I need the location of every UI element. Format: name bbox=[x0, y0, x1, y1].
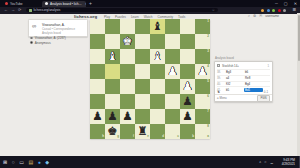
black-move[interactable]: Re8 bbox=[244, 76, 263, 80]
bookmark-star-icon[interactable]: ☆ bbox=[212, 8, 215, 12]
nav-link-puzzles[interactable]: Puzzles bbox=[115, 15, 126, 19]
url-text: lichess.org/analysis bbox=[34, 8, 61, 12]
square-c5[interactable] bbox=[165, 79, 180, 94]
square-h2[interactable] bbox=[90, 34, 105, 49]
square-b8[interactable]: b bbox=[180, 124, 195, 139]
square-d1[interactable]: ♝ bbox=[150, 19, 165, 34]
white-player-name: Viswanathan, A. (2287) bbox=[35, 36, 66, 40]
white-move[interactable]: Kf2 bbox=[225, 82, 244, 86]
taskbar-file-explorer-icon[interactable]: ▤ bbox=[28, 156, 33, 168]
file-label-d: d bbox=[162, 135, 164, 138]
tab1-title: YouTube bbox=[10, 2, 23, 6]
square-b3[interactable] bbox=[180, 49, 195, 64]
white-pawn[interactable]: ♟ bbox=[165, 64, 180, 79]
square-h5[interactable] bbox=[90, 79, 105, 94]
square-b5[interactable]: ♟ bbox=[180, 79, 195, 94]
black-move[interactable]: b6 bbox=[244, 70, 263, 74]
file-label-e: e bbox=[147, 135, 149, 138]
black-pawn[interactable]: ♟ bbox=[105, 109, 120, 124]
square-d5[interactable] bbox=[150, 79, 165, 94]
square-h7[interactable]: ♟ bbox=[90, 109, 105, 124]
analysis-context-label: Analysis board bbox=[215, 56, 234, 60]
move-row-40: 40.Kf2Bg4 bbox=[217, 81, 270, 87]
black-pawn[interactable]: ♟ bbox=[180, 94, 195, 109]
square-a2[interactable]: 2 bbox=[195, 34, 210, 49]
rank-label-3: 3 bbox=[207, 50, 209, 53]
rank-label-2: 2 bbox=[207, 35, 209, 38]
move-number: 39. bbox=[217, 76, 225, 80]
black-player-name: Anonymous bbox=[35, 41, 51, 45]
square-b7[interactable]: ♟ bbox=[180, 109, 195, 124]
square-a7[interactable]: 7 bbox=[195, 109, 210, 124]
rank-label-5: 5 bbox=[207, 80, 209, 83]
result-text: 0-1 bbox=[264, 90, 268, 94]
taskbar-start-icon[interactable]: ⊞ bbox=[3, 156, 7, 168]
square-h8[interactable]: h bbox=[90, 124, 105, 139]
square-c3[interactable] bbox=[165, 49, 180, 64]
square-g7[interactable]: ♟ bbox=[105, 109, 120, 124]
square-a3[interactable]: 3 bbox=[195, 49, 210, 64]
engine-depth: 1 bbox=[267, 64, 269, 68]
extension-icon-3[interactable] bbox=[272, 9, 275, 12]
engine-toggle[interactable] bbox=[217, 64, 220, 67]
square-b4[interactable] bbox=[180, 64, 195, 79]
square-f1[interactable] bbox=[120, 19, 135, 34]
game-card-title: Viswanathan, A. bbox=[42, 23, 65, 27]
square-b6[interactable]: ♟ bbox=[180, 94, 195, 109]
extension-icon-2[interactable] bbox=[267, 9, 270, 12]
rank-label-7: 7 bbox=[207, 110, 209, 113]
square-f7[interactable]: ♟ bbox=[120, 109, 135, 124]
rank-label-6: 6 bbox=[207, 95, 209, 98]
settings-gear-icon[interactable]: ⚙ bbox=[253, 14, 256, 18]
file-label-f: f bbox=[133, 135, 134, 138]
move-number: 40. bbox=[217, 82, 225, 86]
system-tray: ∧ᯅ▁ bbox=[259, 156, 273, 168]
header-right: ⌕ ⚙ ✉ username bbox=[248, 14, 279, 18]
square-f8[interactable]: f bbox=[120, 124, 135, 139]
black-pawn[interactable]: ♟ bbox=[180, 109, 195, 124]
windows-taskbar: ⊞○▭▤●◆ ∧ᯅ▁ 9:43 PM 4/29/2021 bbox=[0, 156, 300, 168]
game-info-card: ∞ Viswanathan, A. Casual • Correspondenc… bbox=[28, 19, 88, 37]
clock-date: 4/29/2021 bbox=[282, 162, 295, 166]
square-c4[interactable]: ♟ bbox=[165, 64, 180, 79]
square-f6[interactable] bbox=[120, 94, 135, 109]
square-e5[interactable] bbox=[135, 79, 150, 94]
rank-label-4: 4 bbox=[207, 65, 209, 68]
move-number: 38. bbox=[217, 70, 225, 74]
desktop-screen: YouTube Analysis board • lich… ✕ + ─ ▢ ✕… bbox=[0, 0, 300, 168]
panel-footer: ≡ Menu PGN bbox=[215, 94, 272, 101]
nav-link-community[interactable]: Community bbox=[157, 15, 173, 19]
black-player-row: Anonymous bbox=[30, 41, 51, 45]
square-h1[interactable] bbox=[90, 19, 105, 34]
lock-icon bbox=[29, 9, 32, 12]
square-c7[interactable] bbox=[165, 109, 180, 124]
white-pawn[interactable]: ♟ bbox=[180, 79, 195, 94]
square-c8[interactable]: c bbox=[165, 124, 180, 139]
square-a6[interactable]: 6 bbox=[195, 94, 210, 109]
site-nav: PlayPuzzlesLearnWatchCommunityTools bbox=[104, 15, 185, 19]
tray-icon-2[interactable]: ᯅ bbox=[264, 160, 267, 164]
square-g4[interactable] bbox=[105, 64, 120, 79]
nav-link-watch[interactable]: Watch bbox=[144, 15, 153, 19]
challenge-icon[interactable]: ✉ bbox=[259, 14, 262, 18]
black-pawn[interactable]: ♟ bbox=[120, 109, 135, 124]
square-d4[interactable] bbox=[150, 64, 165, 79]
square-a8[interactable]: a8 bbox=[195, 124, 210, 139]
knight-icon: ♞ bbox=[217, 90, 220, 94]
square-e7[interactable] bbox=[135, 109, 150, 124]
show-desktop-button[interactable] bbox=[299, 156, 300, 168]
tab2-close-icon[interactable]: ✕ bbox=[85, 2, 86, 6]
game-card-mode: Analysis board bbox=[42, 31, 61, 35]
page-scrollbar[interactable] bbox=[297, 13, 300, 156]
square-f5[interactable] bbox=[120, 79, 135, 94]
square-h4[interactable] bbox=[90, 64, 105, 79]
window-controls: ─ ▢ ✕ bbox=[275, 0, 297, 7]
scrollbar-thumb[interactable] bbox=[298, 15, 300, 61]
username-menu[interactable]: username bbox=[265, 14, 279, 18]
white-bishop[interactable]: ♝ bbox=[150, 49, 165, 64]
tray-icon-1[interactable]: ∧ bbox=[259, 160, 261, 164]
square-e4[interactable] bbox=[135, 64, 150, 79]
square-a4[interactable]: ♟4 bbox=[195, 64, 210, 79]
engine-row: Stockfish 14+ bbox=[217, 64, 239, 68]
square-f3[interactable] bbox=[120, 49, 135, 64]
taskbar-icons: ⊞○▭▤●◆ bbox=[3, 156, 49, 168]
black-bishop[interactable]: ♝ bbox=[150, 19, 165, 34]
black-color-icon bbox=[30, 41, 33, 44]
black-pawn[interactable]: ♟ bbox=[90, 109, 105, 124]
square-g5[interactable] bbox=[105, 79, 120, 94]
nav-link-play[interactable]: Play bbox=[104, 15, 110, 19]
square-g1[interactable] bbox=[105, 19, 120, 34]
clock-time: 9:43 PM bbox=[282, 158, 295, 162]
nav-link-learn[interactable]: Learn bbox=[131, 15, 139, 19]
square-h6[interactable] bbox=[90, 94, 105, 109]
pgn-button[interactable]: PGN bbox=[257, 95, 270, 102]
square-c2[interactable] bbox=[165, 34, 180, 49]
taskbar-browser-icon[interactable]: ● bbox=[38, 156, 41, 168]
chess-board: ♝1♚2♝♝3♟♟4♟5♟6♟♟♟♟7h♚gf♜edcba8 bbox=[90, 19, 210, 139]
square-h3[interactable] bbox=[90, 49, 105, 64]
tray-icon-3[interactable]: ▁ bbox=[271, 160, 273, 164]
rank-label-1: 1 bbox=[207, 20, 209, 23]
square-d6[interactable] bbox=[150, 94, 165, 109]
square-f2[interactable]: ♚ bbox=[120, 34, 135, 49]
taskbar-mail-icon[interactable]: ◆ bbox=[45, 156, 49, 168]
search-icon[interactable]: ⌕ bbox=[248, 14, 250, 18]
file-label-c: c bbox=[177, 135, 179, 138]
window-maximize-button[interactable]: ▢ bbox=[284, 0, 288, 7]
square-d8[interactable]: d bbox=[150, 124, 165, 139]
file-label-h: h bbox=[102, 135, 104, 138]
tab2-title: Analysis board • lich… bbox=[50, 2, 82, 6]
extension-icon-1[interactable] bbox=[261, 9, 264, 12]
taskbar-task-view-icon[interactable]: ▭ bbox=[19, 156, 24, 168]
url-bar[interactable]: lichess.org/analysis ☆ bbox=[26, 8, 218, 12]
white-bishop[interactable]: ♝ bbox=[105, 49, 120, 64]
square-e8[interactable]: ♜e bbox=[135, 124, 150, 139]
square-d2[interactable] bbox=[150, 34, 165, 49]
correspondence-infinity-icon: ∞ bbox=[32, 23, 36, 29]
white-king[interactable]: ♚ bbox=[120, 34, 135, 49]
engine-name: Stockfish 14+ bbox=[222, 64, 239, 68]
square-a5[interactable]: 5 bbox=[195, 79, 210, 94]
square-b2[interactable] bbox=[180, 34, 195, 49]
panel-menu-button[interactable]: ≡ Menu bbox=[217, 96, 227, 100]
square-e1[interactable] bbox=[135, 19, 150, 34]
taskbar-clock[interactable]: 9:43 PM 4/29/2021 bbox=[282, 158, 295, 166]
square-g6[interactable] bbox=[105, 94, 120, 109]
browser-tab-strip: YouTube Analysis board • lich… ✕ + ─ ▢ ✕ bbox=[0, 0, 300, 7]
square-g3[interactable]: ♝ bbox=[105, 49, 120, 64]
square-e6[interactable] bbox=[135, 94, 150, 109]
square-d3[interactable]: ♝ bbox=[150, 49, 165, 64]
square-g8[interactable]: ♚g bbox=[105, 124, 120, 139]
result-row: ♞ 0-1 bbox=[217, 90, 270, 94]
white-move[interactable]: a4 bbox=[225, 76, 244, 80]
square-g2[interactable] bbox=[105, 34, 120, 49]
square-e2[interactable] bbox=[135, 34, 150, 49]
lichess-logo[interactable]: lichess.org bbox=[74, 14, 97, 19]
extension-icons bbox=[261, 9, 286, 12]
tab1-favicon-icon bbox=[5, 2, 8, 5]
square-b1[interactable] bbox=[180, 19, 195, 34]
file-label-g: g bbox=[117, 135, 119, 138]
file-label-b: b bbox=[192, 135, 194, 138]
tab2-favicon-icon bbox=[45, 2, 48, 5]
square-a1[interactable]: 1 bbox=[195, 19, 210, 34]
white-color-icon bbox=[30, 37, 33, 40]
black-move[interactable]: Bg4 bbox=[244, 82, 263, 86]
taskbar-search-icon[interactable]: ○ bbox=[12, 156, 15, 168]
new-tab-button[interactable]: + bbox=[89, 1, 92, 6]
white-player-row: Viswanathan, A. (2287) bbox=[30, 36, 66, 40]
analysis-panel: Stockfish 14+ 1 38.Bg3b639.a4Re840.Kf2Bg… bbox=[214, 61, 273, 102]
square-c6[interactable] bbox=[165, 94, 180, 109]
square-c1[interactable] bbox=[165, 19, 180, 34]
square-d7[interactable] bbox=[150, 109, 165, 124]
rank-label-8: 8 bbox=[207, 125, 209, 128]
move-row-39: 39.a4Re8 bbox=[217, 75, 270, 81]
extension-icon-5[interactable] bbox=[283, 9, 286, 12]
square-e3[interactable] bbox=[135, 49, 150, 64]
file-label-a: a bbox=[207, 135, 209, 138]
window-close-button[interactable]: ✕ bbox=[294, 0, 297, 7]
white-move[interactable]: Bg3 bbox=[225, 70, 244, 74]
square-f4[interactable] bbox=[120, 64, 135, 79]
window-minimize-button[interactable]: ─ bbox=[275, 0, 278, 7]
nav-link-tools[interactable]: Tools bbox=[178, 15, 185, 19]
extension-icon-4[interactable] bbox=[278, 9, 281, 12]
